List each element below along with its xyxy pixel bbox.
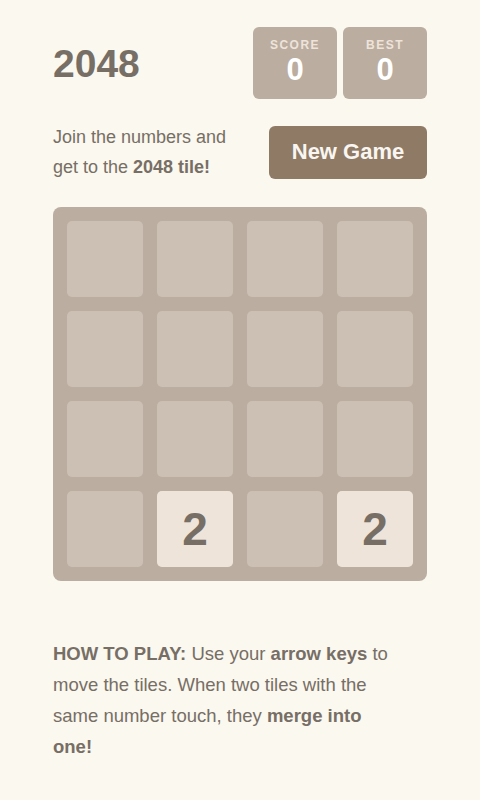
tile-2: 2 (337, 491, 413, 567)
header: 2048 SCORE 0 BEST 0 (53, 27, 427, 99)
board-cell (247, 401, 323, 477)
board-cell (337, 221, 413, 297)
score-label: SCORE (270, 38, 320, 52)
board-cell (157, 311, 233, 387)
board-cell (67, 311, 143, 387)
above-board: Join the numbers and get to the 2048 til… (53, 122, 427, 182)
board-cell: 2 (157, 491, 233, 567)
best-value: 0 (376, 52, 393, 88)
tile-2: 2 (157, 491, 233, 567)
board-cell (247, 221, 323, 297)
board-cell (247, 311, 323, 387)
new-game-button[interactable]: New Game (269, 126, 427, 179)
howto-bold-segment: arrow keys (271, 643, 368, 664)
howto-bold-segment: HOW TO PLAY: (53, 643, 186, 664)
game-board[interactable]: 22 (53, 207, 427, 581)
board-cell (67, 491, 143, 567)
intro-text: Join the numbers and get to the 2048 til… (53, 122, 226, 182)
intro-text-bold: 2048 tile! (133, 157, 210, 177)
board-cell (67, 221, 143, 297)
best-box: BEST 0 (343, 27, 427, 99)
best-label: BEST (366, 38, 404, 52)
how-to-play: HOW TO PLAY: Use your arrow keys to move… (53, 638, 427, 762)
app-root: 2048 SCORE 0 BEST 0 Join the numbers and… (53, 0, 427, 762)
board-cell (157, 401, 233, 477)
score-box: SCORE 0 (253, 27, 337, 99)
board-cell: 2 (337, 491, 413, 567)
scoreboard: SCORE 0 BEST 0 (253, 27, 427, 99)
howto-text-segment: Use your (186, 643, 270, 664)
score-value: 0 (286, 52, 303, 88)
board-cell (157, 221, 233, 297)
page-title: 2048 (53, 44, 140, 83)
board-cell (337, 401, 413, 477)
board-cell (247, 491, 323, 567)
board-cell (337, 311, 413, 387)
board-cell (67, 401, 143, 477)
